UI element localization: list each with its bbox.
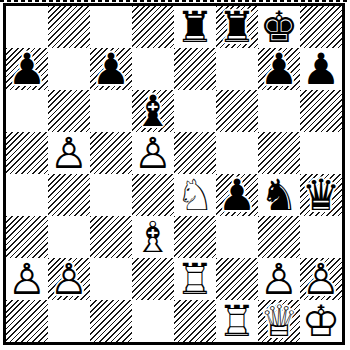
square-f5[interactable]	[216, 132, 258, 174]
white-bishop[interactable]: ♝♗	[132, 216, 174, 258]
square-g2[interactable]: ♟♙	[258, 258, 300, 300]
square-g6[interactable]	[258, 90, 300, 132]
square-a5[interactable]	[6, 132, 48, 174]
chess-board: ♜♜♚♟♟♟♟♝♟♙♟♙♞♘♟♞♛♝♗♟♙♟♙♜♖♟♙♟♙♜♖♛♕♚♔	[6, 6, 342, 342]
square-b7[interactable]	[48, 48, 90, 90]
square-g4[interactable]: ♞	[258, 174, 300, 216]
square-h7[interactable]: ♟	[300, 48, 342, 90]
black-pawn[interactable]: ♟	[258, 48, 300, 90]
black-rook[interactable]: ♜	[216, 6, 258, 48]
square-h8[interactable]	[300, 6, 342, 48]
white-king-icon: ♔	[300, 300, 342, 342]
black-queen[interactable]: ♛	[300, 174, 342, 216]
square-c6[interactable]	[90, 90, 132, 132]
square-d5[interactable]: ♟♙	[132, 132, 174, 174]
white-pawn[interactable]: ♟♙	[6, 258, 48, 300]
square-e1[interactable]	[174, 300, 216, 342]
square-h4[interactable]: ♛	[300, 174, 342, 216]
square-b1[interactable]	[48, 300, 90, 342]
white-rook[interactable]: ♜♖	[174, 258, 216, 300]
black-pawn[interactable]: ♟	[6, 48, 48, 90]
square-e4[interactable]: ♞♘	[174, 174, 216, 216]
square-c3[interactable]	[90, 216, 132, 258]
square-c2[interactable]	[90, 258, 132, 300]
white-pawn-icon: ♙	[48, 132, 90, 174]
black-pawn[interactable]: ♟	[300, 48, 342, 90]
white-pawn[interactable]: ♟♙	[48, 132, 90, 174]
black-bishop[interactable]: ♝	[132, 90, 174, 132]
square-b8[interactable]	[48, 6, 90, 48]
square-e2[interactable]: ♜♖	[174, 258, 216, 300]
square-a8[interactable]	[6, 6, 48, 48]
square-h6[interactable]	[300, 90, 342, 132]
square-f6[interactable]	[216, 90, 258, 132]
square-c7[interactable]: ♟	[90, 48, 132, 90]
square-f1[interactable]: ♜♖	[216, 300, 258, 342]
square-d6[interactable]: ♝	[132, 90, 174, 132]
board-frame: ♜♜♚♟♟♟♟♝♟♙♟♙♞♘♟♞♛♝♗♟♙♟♙♜♖♟♙♟♙♜♖♛♕♚♔	[3, 3, 345, 345]
square-h2[interactable]: ♟♙	[300, 258, 342, 300]
white-pawn-icon: ♙	[258, 258, 300, 300]
square-f3[interactable]	[216, 216, 258, 258]
black-king[interactable]: ♚	[258, 6, 300, 48]
white-pawn-icon: ♙	[48, 258, 90, 300]
square-d1[interactable]	[132, 300, 174, 342]
white-pawn[interactable]: ♟♙	[132, 132, 174, 174]
square-c1[interactable]	[90, 300, 132, 342]
square-e8[interactable]: ♜	[174, 6, 216, 48]
white-rook-icon: ♖	[174, 258, 216, 300]
white-pawn[interactable]: ♟♙	[258, 258, 300, 300]
square-e7[interactable]	[174, 48, 216, 90]
square-a2[interactable]: ♟♙	[6, 258, 48, 300]
black-rook[interactable]: ♜	[174, 6, 216, 48]
square-g5[interactable]	[258, 132, 300, 174]
square-g3[interactable]	[258, 216, 300, 258]
white-queen-icon: ♕	[258, 300, 300, 342]
square-d8[interactable]	[132, 6, 174, 48]
white-pawn[interactable]: ♟♙	[48, 258, 90, 300]
black-knight[interactable]: ♞	[258, 174, 300, 216]
square-c8[interactable]	[90, 6, 132, 48]
square-b4[interactable]	[48, 174, 90, 216]
square-e5[interactable]	[174, 132, 216, 174]
square-b2[interactable]: ♟♙	[48, 258, 90, 300]
square-h3[interactable]	[300, 216, 342, 258]
square-f7[interactable]	[216, 48, 258, 90]
square-h5[interactable]	[300, 132, 342, 174]
square-g8[interactable]: ♚	[258, 6, 300, 48]
square-e3[interactable]	[174, 216, 216, 258]
square-a7[interactable]: ♟	[6, 48, 48, 90]
square-c5[interactable]	[90, 132, 132, 174]
square-a1[interactable]	[6, 300, 48, 342]
square-h1[interactable]: ♚♔	[300, 300, 342, 342]
white-knight[interactable]: ♞♘	[174, 174, 216, 216]
square-b3[interactable]	[48, 216, 90, 258]
square-d7[interactable]	[132, 48, 174, 90]
white-king[interactable]: ♚♔	[300, 300, 342, 342]
white-bishop-icon: ♗	[132, 216, 174, 258]
square-a3[interactable]	[6, 216, 48, 258]
black-pawn[interactable]: ♟	[216, 174, 258, 216]
white-pawn-icon: ♙	[132, 132, 174, 174]
square-e6[interactable]	[174, 90, 216, 132]
square-g1[interactable]: ♛♕	[258, 300, 300, 342]
white-pawn[interactable]: ♟♙	[300, 258, 342, 300]
square-f8[interactable]: ♜	[216, 6, 258, 48]
white-pawn-icon: ♙	[300, 258, 342, 300]
square-f2[interactable]	[216, 258, 258, 300]
square-g7[interactable]: ♟	[258, 48, 300, 90]
black-pawn[interactable]: ♟	[90, 48, 132, 90]
square-a4[interactable]	[6, 174, 48, 216]
square-b6[interactable]	[48, 90, 90, 132]
square-c4[interactable]	[90, 174, 132, 216]
square-d4[interactable]	[132, 174, 174, 216]
square-d3[interactable]: ♝♗	[132, 216, 174, 258]
square-f4[interactable]: ♟	[216, 174, 258, 216]
white-rook[interactable]: ♜♖	[216, 300, 258, 342]
white-queen[interactable]: ♛♕	[258, 300, 300, 342]
square-b5[interactable]: ♟♙	[48, 132, 90, 174]
square-d2[interactable]	[132, 258, 174, 300]
white-rook-icon: ♖	[216, 300, 258, 342]
square-a6[interactable]	[6, 90, 48, 132]
white-pawn-icon: ♙	[6, 258, 48, 300]
white-knight-icon: ♘	[174, 174, 216, 216]
chess-diagram-page: ♜♜♚♟♟♟♟♝♟♙♟♙♞♘♟♞♛♝♗♟♙♟♙♜♖♟♙♟♙♜♖♛♕♚♔	[0, 0, 350, 350]
